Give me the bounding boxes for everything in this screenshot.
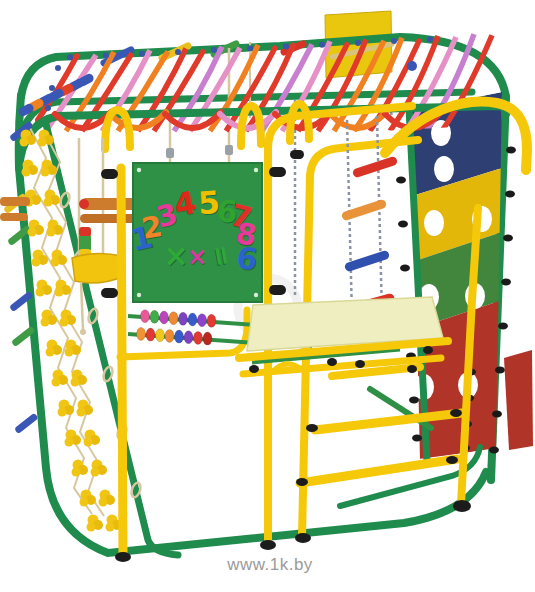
play-cube-photo: 12345678××=6 www.1k.by bbox=[0, 0, 535, 592]
play-cube-structure bbox=[0, 0, 535, 592]
magnetic-board bbox=[133, 163, 262, 302]
yellow-post-a bbox=[121, 168, 123, 556]
right-red-panel bbox=[504, 350, 533, 450]
net-bead bbox=[407, 61, 417, 71]
watermark-text: www.1k.by bbox=[185, 555, 355, 575]
